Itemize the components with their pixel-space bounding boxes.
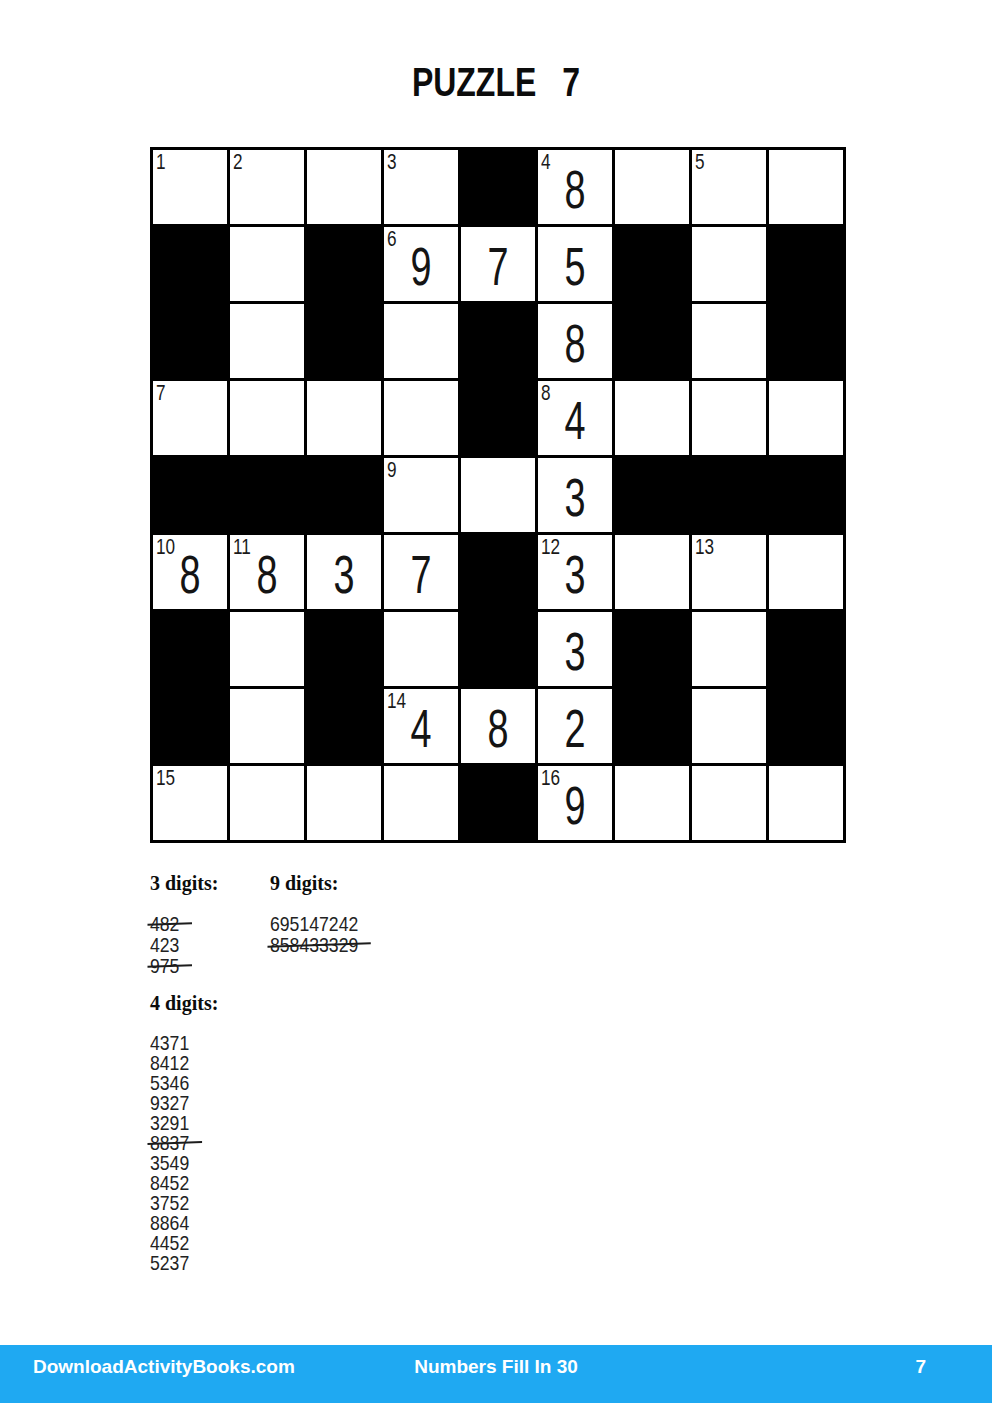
clue-entry-struck: 858433329 — [270, 934, 375, 955]
clue-group-9-digits-label: 9 digits: — [270, 872, 375, 894]
cell-value: 3 — [549, 612, 601, 686]
cell-r3c3 — [307, 304, 381, 378]
clue-number: 15 — [156, 766, 175, 790]
cell-r4c6[interactable]: 84 — [538, 381, 612, 455]
cell-r9c8[interactable] — [692, 766, 766, 840]
cell-value: 3 — [549, 535, 601, 609]
cell-r6c1[interactable]: 108 — [153, 535, 227, 609]
cell-r3c2[interactable] — [230, 304, 304, 378]
cell-r2c3 — [307, 227, 381, 301]
cell-r4c2[interactable] — [230, 381, 304, 455]
cell-r1c1[interactable]: 1 — [153, 150, 227, 224]
cell-r3c1 — [153, 304, 227, 378]
cell-r4c3[interactable] — [307, 381, 381, 455]
cell-r8c3 — [307, 689, 381, 763]
clue-number: 7 — [156, 381, 166, 405]
cell-r6c4[interactable]: 7 — [384, 535, 458, 609]
cell-r8c2[interactable] — [230, 689, 304, 763]
cell-r4c7[interactable] — [615, 381, 689, 455]
cell-r5c7 — [615, 458, 689, 532]
clue-number: 2 — [233, 150, 243, 174]
cell-value: 9 — [549, 766, 601, 840]
clue-entry: 3291 — [150, 1113, 218, 1133]
clue-entry: 8452 — [150, 1173, 218, 1193]
clue-group-9-digits: 9 digits: 695147242858433329 — [270, 872, 375, 955]
cell-r5c6[interactable]: 3 — [538, 458, 612, 532]
clue-entry-struck: 8837 — [150, 1133, 218, 1153]
cell-r5c5[interactable] — [461, 458, 535, 532]
cell-value: 8 — [549, 304, 601, 378]
cell-r5c4[interactable]: 9 — [384, 458, 458, 532]
cell-value: 8 — [549, 150, 601, 224]
cell-r8c5[interactable]: 8 — [461, 689, 535, 763]
cell-value: 3 — [549, 458, 601, 532]
cell-r7c9 — [769, 612, 843, 686]
cell-r9c3[interactable] — [307, 766, 381, 840]
clue-entry: 5346 — [150, 1073, 218, 1093]
cell-r2c9 — [769, 227, 843, 301]
cell-r5c9 — [769, 458, 843, 532]
clue-number: 5 — [695, 150, 705, 174]
cell-r1c9[interactable] — [769, 150, 843, 224]
cell-r7c8[interactable] — [692, 612, 766, 686]
cell-r4c5 — [461, 381, 535, 455]
cell-value: 3 — [318, 535, 370, 609]
clue-entry: 695147242 — [270, 913, 375, 934]
clue-number: 1 — [156, 150, 166, 174]
cell-r9c2[interactable] — [230, 766, 304, 840]
puzzle-grid: 1234856975878493108118371231331448215169 — [150, 147, 846, 843]
cell-r8c6[interactable]: 2 — [538, 689, 612, 763]
cell-r1c6[interactable]: 48 — [538, 150, 612, 224]
clue-group-3-digits-label: 3 digits: — [150, 872, 218, 894]
cell-r2c6[interactable]: 5 — [538, 227, 612, 301]
clue-group-4-digits-label: 4 digits: — [150, 992, 218, 1014]
cell-r4c9[interactable] — [769, 381, 843, 455]
cell-r7c4[interactable] — [384, 612, 458, 686]
clue-entries-4-digits: 4371841253469327329188373549845237528864… — [150, 1033, 218, 1273]
cell-r9c6[interactable]: 169 — [538, 766, 612, 840]
cell-r1c7[interactable] — [615, 150, 689, 224]
cell-r2c8[interactable] — [692, 227, 766, 301]
cell-r7c5 — [461, 612, 535, 686]
clue-entry: 3549 — [150, 1153, 218, 1173]
cell-r6c5 — [461, 535, 535, 609]
cell-r6c3[interactable]: 3 — [307, 535, 381, 609]
cell-r2c1 — [153, 227, 227, 301]
cell-r2c4[interactable]: 69 — [384, 227, 458, 301]
clue-group-3-digits: 3 digits: 482423975 — [150, 872, 218, 976]
cell-r8c7 — [615, 689, 689, 763]
cell-r5c1 — [153, 458, 227, 532]
footer-bar: DownloadActivityBooks.com Numbers Fill I… — [0, 1345, 992, 1403]
cell-r6c6[interactable]: 123 — [538, 535, 612, 609]
clue-group-4-digits: 4 digits: 437184125346932732918837354984… — [150, 992, 218, 1273]
cell-r9c4[interactable] — [384, 766, 458, 840]
cell-r1c5 — [461, 150, 535, 224]
cell-r6c7[interactable] — [615, 535, 689, 609]
clue-number: 9 — [387, 458, 397, 482]
clue-entry-struck: 482 — [150, 913, 218, 934]
cell-r3c8[interactable] — [692, 304, 766, 378]
cell-r9c1[interactable]: 15 — [153, 766, 227, 840]
cell-r2c2[interactable] — [230, 227, 304, 301]
cell-r7c2[interactable] — [230, 612, 304, 686]
clue-entry: 4452 — [150, 1233, 218, 1253]
cell-value: 5 — [549, 227, 601, 301]
cell-r8c4[interactable]: 144 — [384, 689, 458, 763]
cell-r1c8[interactable]: 5 — [692, 150, 766, 224]
cell-r6c9[interactable] — [769, 535, 843, 609]
cell-r8c8[interactable] — [692, 689, 766, 763]
cell-r5c2 — [230, 458, 304, 532]
cell-r7c1 — [153, 612, 227, 686]
clue-entry: 8864 — [150, 1213, 218, 1233]
cell-r1c3[interactable] — [307, 150, 381, 224]
cell-r4c8[interactable] — [692, 381, 766, 455]
clue-entries-3-digits: 482423975 — [150, 913, 218, 976]
clue-number: 13 — [695, 535, 714, 559]
cell-value: 7 — [395, 535, 447, 609]
cell-r8c1 — [153, 689, 227, 763]
cell-r3c5 — [461, 304, 535, 378]
cell-value: 2 — [549, 689, 601, 763]
cell-r7c3 — [307, 612, 381, 686]
cell-value: 8 — [472, 689, 524, 763]
cell-r7c6[interactable]: 3 — [538, 612, 612, 686]
cell-value: 7 — [472, 227, 524, 301]
cell-value: 8 — [164, 535, 216, 609]
cell-r5c3 — [307, 458, 381, 532]
clue-entries-9-digits: 695147242858433329 — [270, 913, 375, 955]
cell-r4c1[interactable]: 7 — [153, 381, 227, 455]
clue-entry: 3752 — [150, 1193, 218, 1213]
cell-r5c8 — [692, 458, 766, 532]
clue-entry-struck: 975 — [150, 955, 218, 976]
cell-r2c7 — [615, 227, 689, 301]
cell-value: 4 — [549, 381, 601, 455]
cell-r3c6[interactable]: 8 — [538, 304, 612, 378]
cell-value: 4 — [395, 689, 447, 763]
clue-entry: 4371 — [150, 1033, 218, 1053]
cell-r6c2[interactable]: 118 — [230, 535, 304, 609]
cell-r4c4[interactable] — [384, 381, 458, 455]
clue-number: 3 — [387, 150, 397, 174]
cell-value: 9 — [395, 227, 447, 301]
clue-entry: 423 — [150, 934, 218, 955]
cell-r3c9 — [769, 304, 843, 378]
page-title: PUZZLE 7 — [109, 62, 883, 102]
clue-entry: 9327 — [150, 1093, 218, 1113]
cell-r6c8[interactable]: 13 — [692, 535, 766, 609]
cell-r3c4[interactable] — [384, 304, 458, 378]
clue-entry: 5237 — [150, 1253, 218, 1273]
cell-r9c9[interactable] — [769, 766, 843, 840]
cell-r2c5[interactable]: 7 — [461, 227, 535, 301]
cell-r3c7 — [615, 304, 689, 378]
cell-r7c7 — [615, 612, 689, 686]
cell-r1c4[interactable]: 3 — [384, 150, 458, 224]
footer-page-number: 7 — [915, 1356, 926, 1378]
cell-value: 8 — [241, 535, 293, 609]
cell-r1c2[interactable]: 2 — [230, 150, 304, 224]
cell-r8c9 — [769, 689, 843, 763]
clue-entry: 8412 — [150, 1053, 218, 1073]
footer-site-link[interactable]: DownloadActivityBooks.com — [33, 1356, 295, 1378]
cell-r9c5 — [461, 766, 535, 840]
cell-r9c7[interactable] — [615, 766, 689, 840]
